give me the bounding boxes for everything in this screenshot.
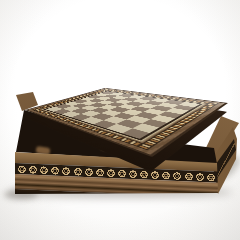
mosaic-eye-motif-icon xyxy=(140,170,148,178)
mosaic-eye-motif-icon xyxy=(129,169,137,177)
mosaic-eye-motif-icon xyxy=(85,168,93,176)
mosaic-eye-motif-icon xyxy=(207,173,215,181)
mosaic-eye-motif-icon xyxy=(74,167,82,175)
product-photo xyxy=(0,0,240,240)
mosaic-eye-motif-icon xyxy=(185,172,193,180)
mosaic-eye-motif-icon xyxy=(40,166,48,174)
mosaic-eye-motif-icon xyxy=(18,165,26,173)
mosaic-eye-motif-icon xyxy=(151,170,159,178)
mosaic-eye-motif-icon xyxy=(118,169,126,177)
mosaic-eye-motif-icon xyxy=(29,165,37,173)
mosaic-eye-motif-icon xyxy=(62,167,70,175)
mosaic-eye-motif-icon xyxy=(107,169,115,177)
mosaic-eye-motif-icon xyxy=(51,166,59,174)
mosaic-eye-motif-icon xyxy=(96,168,104,176)
mosaic-eye-motif-icon xyxy=(173,171,181,179)
mosaic-eye-motif-icon xyxy=(162,171,170,179)
mosaic-eye-motif-icon xyxy=(196,172,204,180)
